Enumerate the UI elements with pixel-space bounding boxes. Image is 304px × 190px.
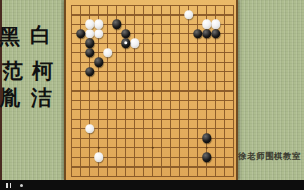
white-player-name-char2: 洁 [31, 87, 52, 108]
black-stone [85, 67, 95, 77]
black-stone [202, 133, 212, 143]
black-stone [94, 57, 104, 67]
video-control-bar[interactable] [0, 180, 304, 190]
white-stone [94, 152, 104, 162]
pause-icon[interactable] [6, 183, 11, 188]
black-player-name-char2: 胤 [0, 87, 20, 108]
white-label: 白 [30, 24, 51, 45]
white-stone [211, 19, 221, 29]
black-stone [85, 38, 95, 48]
hoshi-point [151, 146, 154, 149]
black-player-name-char1: 范 [2, 60, 23, 81]
hoshi-point [151, 89, 154, 92]
black-stone [76, 29, 86, 39]
watermark-text: 徐老师围棋教室 [238, 151, 301, 163]
black-stone [211, 29, 221, 39]
black-stone-last-move [121, 38, 131, 48]
hoshi-point [97, 89, 100, 92]
go-board [64, 0, 238, 180]
hoshi-point [151, 32, 154, 35]
white-stone [184, 10, 194, 20]
black-label: 黑 [0, 26, 20, 47]
white-stone [103, 48, 113, 58]
video-frame: 黑 白 范 柯 胤 洁 徐老师围棋教室 [0, 0, 304, 190]
white-stone [94, 19, 104, 29]
white-stone [94, 29, 104, 39]
black-stone [202, 152, 212, 162]
hoshi-point [205, 146, 208, 149]
white-player-name-char1: 柯 [32, 60, 53, 81]
white-stone [85, 124, 95, 134]
black-stone [121, 29, 131, 39]
white-stone [130, 38, 140, 48]
hoshi-point [97, 146, 100, 149]
progress-dot-icon [20, 184, 23, 187]
black-stone [85, 48, 95, 58]
black-stone [112, 19, 122, 29]
hoshi-point [205, 89, 208, 92]
last-move-marker [124, 42, 127, 45]
